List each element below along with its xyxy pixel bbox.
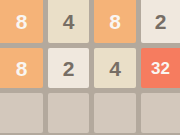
empty-cell	[94, 93, 136, 133]
tile-32: 32	[141, 48, 180, 88]
tile-2: 2	[48, 48, 89, 88]
2048-board[interactable]: 8 4 8 2 8 2 4 32	[0, 0, 180, 135]
empty-cell	[48, 93, 89, 133]
tile-4: 4	[48, 0, 89, 43]
tile-8: 8	[94, 0, 136, 43]
tile-4: 4	[94, 48, 136, 88]
tile-2: 2	[141, 0, 180, 43]
empty-cell	[141, 93, 180, 133]
tile-8: 8	[0, 0, 43, 43]
tile-8: 8	[0, 48, 43, 88]
empty-cell	[0, 93, 43, 133]
